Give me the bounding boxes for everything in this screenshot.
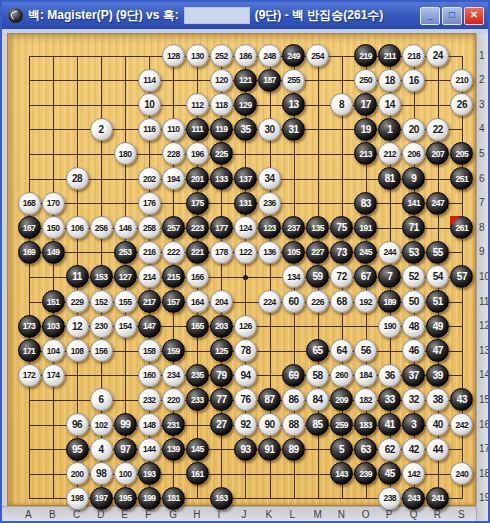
stone-N17: 5 bbox=[330, 438, 353, 461]
stone-O2: 250 bbox=[354, 69, 377, 92]
row-label-17: 17 bbox=[479, 443, 490, 454]
col-label-C: C bbox=[73, 509, 80, 520]
stone-N3: 8 bbox=[330, 93, 353, 116]
stone-K7: 236 bbox=[258, 192, 281, 215]
stone-O18: 239 bbox=[354, 462, 377, 485]
game-record-window: 백: Magister(P) (9단) vs 흑: (9단) - 백 반집승(2… bbox=[0, 0, 490, 523]
stone-L15: 86 bbox=[282, 388, 305, 411]
stone-B9: 149 bbox=[42, 241, 65, 264]
stone-P19: 238 bbox=[378, 487, 401, 510]
stone-I8: 177 bbox=[210, 216, 233, 239]
stone-E19: 195 bbox=[114, 487, 137, 510]
stone-G19: 181 bbox=[162, 487, 185, 510]
stone-A9: 169 bbox=[18, 241, 41, 264]
stone-F13: 158 bbox=[138, 339, 161, 362]
stone-P10: 7 bbox=[378, 265, 401, 288]
stone-H5: 196 bbox=[186, 142, 209, 165]
stone-M16: 85 bbox=[306, 413, 329, 436]
stone-H14: 235 bbox=[186, 364, 209, 387]
col-label-G: G bbox=[169, 509, 177, 520]
stone-O3: 17 bbox=[354, 93, 377, 116]
stone-C16: 96 bbox=[66, 413, 89, 436]
stone-D18: 98 bbox=[90, 462, 113, 485]
stone-R19: 241 bbox=[426, 487, 449, 510]
stone-G9: 222 bbox=[162, 241, 185, 264]
stone-S2: 210 bbox=[450, 69, 473, 92]
stone-H9: 221 bbox=[186, 241, 209, 264]
stone-P12: 190 bbox=[378, 315, 401, 338]
row-label-4: 4 bbox=[479, 123, 485, 134]
stone-F2: 114 bbox=[138, 69, 161, 92]
stone-R14: 39 bbox=[426, 364, 449, 387]
stone-A7: 168 bbox=[18, 192, 41, 215]
stone-G4: 110 bbox=[162, 118, 185, 141]
stone-K4: 30 bbox=[258, 118, 281, 141]
stone-O11: 192 bbox=[354, 290, 377, 313]
stone-P1: 211 bbox=[378, 44, 401, 67]
stone-N9: 73 bbox=[330, 241, 353, 264]
stone-B11: 151 bbox=[42, 290, 65, 313]
stone-I15: 77 bbox=[210, 388, 233, 411]
stone-M13: 65 bbox=[306, 339, 329, 362]
stone-F12: 147 bbox=[138, 315, 161, 338]
stone-D15: 6 bbox=[90, 388, 113, 411]
stone-J15: 76 bbox=[234, 388, 257, 411]
stone-A8: 167 bbox=[18, 216, 41, 239]
stone-G14: 234 bbox=[162, 364, 185, 387]
stone-J14: 94 bbox=[234, 364, 257, 387]
stone-B14: 174 bbox=[42, 364, 65, 387]
stone-L3: 13 bbox=[282, 93, 305, 116]
col-label-E: E bbox=[121, 509, 128, 520]
stone-A14: 172 bbox=[18, 364, 41, 387]
stone-D12: 230 bbox=[90, 315, 113, 338]
stone-P3: 14 bbox=[378, 93, 401, 116]
stone-J12: 126 bbox=[234, 315, 257, 338]
stone-H6: 201 bbox=[186, 167, 209, 190]
stone-E11: 155 bbox=[114, 290, 137, 313]
row-label-9: 9 bbox=[479, 246, 485, 257]
stone-N11: 68 bbox=[330, 290, 353, 313]
stone-G8: 257 bbox=[162, 216, 185, 239]
stone-I9: 178 bbox=[210, 241, 233, 264]
stone-F14: 160 bbox=[138, 364, 161, 387]
stone-I12: 203 bbox=[210, 315, 233, 338]
stone-L8: 237 bbox=[282, 216, 305, 239]
stone-M1: 254 bbox=[306, 44, 329, 67]
stone-I5: 225 bbox=[210, 142, 233, 165]
stone-L1: 249 bbox=[282, 44, 305, 67]
stone-Q1: 218 bbox=[402, 44, 425, 67]
stone-O1: 219 bbox=[354, 44, 377, 67]
stone-F15: 232 bbox=[138, 388, 161, 411]
stone-O10: 67 bbox=[354, 265, 377, 288]
stone-B12: 103 bbox=[42, 315, 65, 338]
stone-E5: 180 bbox=[114, 142, 137, 165]
stone-J3: 129 bbox=[234, 93, 257, 116]
col-label-D: D bbox=[97, 509, 104, 520]
stone-P5: 212 bbox=[378, 142, 401, 165]
stone-N14: 260 bbox=[330, 364, 353, 387]
stone-Q18: 142 bbox=[402, 462, 425, 485]
stone-I13: 125 bbox=[210, 339, 233, 362]
stone-I6: 133 bbox=[210, 167, 233, 190]
stone-R12: 49 bbox=[426, 315, 449, 338]
stone-P17: 62 bbox=[378, 438, 401, 461]
stone-G6: 194 bbox=[162, 167, 185, 190]
stone-N10: 72 bbox=[330, 265, 353, 288]
stone-Q6: 9 bbox=[402, 167, 425, 190]
stone-R13: 47 bbox=[426, 339, 449, 362]
stone-H1: 130 bbox=[186, 44, 209, 67]
stone-Q11: 50 bbox=[402, 290, 425, 313]
col-label-M: M bbox=[314, 509, 322, 520]
stone-E9: 253 bbox=[114, 241, 137, 264]
stone-R7: 247 bbox=[426, 192, 449, 215]
row-label-5: 5 bbox=[479, 148, 485, 159]
stone-P6: 81 bbox=[378, 167, 401, 190]
row-label-7: 7 bbox=[479, 197, 485, 208]
stone-G17: 139 bbox=[162, 438, 185, 461]
col-label-O: O bbox=[362, 509, 370, 520]
stone-H4: 111 bbox=[186, 118, 209, 141]
stone-H15: 233 bbox=[186, 388, 209, 411]
stone-F16: 148 bbox=[138, 413, 161, 436]
stone-F8: 258 bbox=[138, 216, 161, 239]
stone-E17: 97 bbox=[114, 438, 137, 461]
col-label-J: J bbox=[241, 509, 246, 520]
stone-K1: 248 bbox=[258, 44, 281, 67]
stone-O7: 83 bbox=[354, 192, 377, 215]
stone-I19: 163 bbox=[210, 487, 233, 510]
stone-K17: 91 bbox=[258, 438, 281, 461]
stone-J4: 35 bbox=[234, 118, 257, 141]
stone-C17: 95 bbox=[66, 438, 89, 461]
stone-O14: 184 bbox=[354, 364, 377, 387]
stone-J13: 78 bbox=[234, 339, 257, 362]
stone-N8: 75 bbox=[330, 216, 353, 239]
stone-R16: 40 bbox=[426, 413, 449, 436]
stone-F11: 217 bbox=[138, 290, 161, 313]
row-label-18: 18 bbox=[479, 468, 490, 479]
stone-L4: 31 bbox=[282, 118, 305, 141]
stone-Q9: 53 bbox=[402, 241, 425, 264]
stone-F9: 216 bbox=[138, 241, 161, 264]
stone-H8: 223 bbox=[186, 216, 209, 239]
stone-L16: 88 bbox=[282, 413, 305, 436]
stone-G10: 215 bbox=[162, 265, 185, 288]
stone-P9: 244 bbox=[378, 241, 401, 264]
stone-I16: 27 bbox=[210, 413, 233, 436]
stone-S6: 251 bbox=[450, 167, 473, 190]
stone-B7: 170 bbox=[42, 192, 65, 215]
stone-L10: 134 bbox=[282, 265, 305, 288]
stone-M8: 135 bbox=[306, 216, 329, 239]
stone-I3: 118 bbox=[210, 93, 233, 116]
stone-R10: 54 bbox=[426, 265, 449, 288]
stone-J6: 137 bbox=[234, 167, 257, 190]
stone-S18: 240 bbox=[450, 462, 473, 485]
stone-S5: 205 bbox=[450, 142, 473, 165]
row-label-15: 15 bbox=[479, 394, 490, 405]
stone-F7: 176 bbox=[138, 192, 161, 215]
stone-C12: 12 bbox=[66, 315, 89, 338]
stone-F4: 116 bbox=[138, 118, 161, 141]
stone-P18: 45 bbox=[378, 462, 401, 485]
stone-J1: 186 bbox=[234, 44, 257, 67]
stone-A13: 171 bbox=[18, 339, 41, 362]
stone-R15: 38 bbox=[426, 388, 449, 411]
stone-M10: 59 bbox=[306, 265, 329, 288]
stone-K15: 87 bbox=[258, 388, 281, 411]
stone-H11: 164 bbox=[186, 290, 209, 313]
stone-D17: 4 bbox=[90, 438, 113, 461]
row-label-19: 19 bbox=[479, 492, 490, 503]
stone-D16: 102 bbox=[90, 413, 113, 436]
stone-A12: 173 bbox=[18, 315, 41, 338]
stone-O5: 213 bbox=[354, 142, 377, 165]
stone-G16: 231 bbox=[162, 413, 185, 436]
star-point bbox=[243, 275, 248, 280]
stone-K2: 187 bbox=[258, 69, 281, 92]
stone-C8: 106 bbox=[66, 216, 89, 239]
stone-P4: 1 bbox=[378, 118, 401, 141]
stone-I2: 120 bbox=[210, 69, 233, 92]
stone-C10: 11 bbox=[66, 265, 89, 288]
stone-R4: 22 bbox=[426, 118, 449, 141]
stone-F19: 199 bbox=[138, 487, 161, 510]
stone-L14: 69 bbox=[282, 364, 305, 387]
stone-N18: 143 bbox=[330, 462, 353, 485]
stone-K8: 123 bbox=[258, 216, 281, 239]
stone-F3: 10 bbox=[138, 93, 161, 116]
stone-I14: 79 bbox=[210, 364, 233, 387]
stone-E10: 127 bbox=[114, 265, 137, 288]
col-label-A: A bbox=[25, 509, 32, 520]
row-label-2: 2 bbox=[479, 74, 485, 85]
stone-S15: 43 bbox=[450, 388, 473, 411]
stone-J2: 121 bbox=[234, 69, 257, 92]
stone-Q4: 20 bbox=[402, 118, 425, 141]
stone-O9: 245 bbox=[354, 241, 377, 264]
stone-D8: 256 bbox=[90, 216, 113, 239]
stone-K6: 34 bbox=[258, 167, 281, 190]
stone-R1: 24 bbox=[426, 44, 449, 67]
stone-F6: 202 bbox=[138, 167, 161, 190]
col-label-B: B bbox=[49, 509, 56, 520]
stone-C19: 198 bbox=[66, 487, 89, 510]
stone-B13: 104 bbox=[42, 339, 65, 362]
col-label-N: N bbox=[338, 509, 345, 520]
row-label-16: 16 bbox=[479, 419, 490, 430]
stone-I1: 252 bbox=[210, 44, 233, 67]
stone-G15: 220 bbox=[162, 388, 185, 411]
stone-I4: 119 bbox=[210, 118, 233, 141]
stone-P11: 189 bbox=[378, 290, 401, 313]
stone-D11: 152 bbox=[90, 290, 113, 313]
stone-M15: 84 bbox=[306, 388, 329, 411]
row-label-13: 13 bbox=[479, 345, 490, 356]
stone-Q17: 42 bbox=[402, 438, 425, 461]
stone-F18: 193 bbox=[138, 462, 161, 485]
stone-Q12: 48 bbox=[402, 315, 425, 338]
stone-R17: 44 bbox=[426, 438, 449, 461]
stone-Q15: 32 bbox=[402, 388, 425, 411]
stone-P16: 41 bbox=[378, 413, 401, 436]
stone-J8: 124 bbox=[234, 216, 257, 239]
stone-D4: 2 bbox=[90, 118, 113, 141]
stone-K9: 136 bbox=[258, 241, 281, 264]
stone-Q16: 3 bbox=[402, 413, 425, 436]
stone-S10: 57 bbox=[450, 265, 473, 288]
stone-S16: 242 bbox=[450, 413, 473, 436]
stone-C18: 200 bbox=[66, 462, 89, 485]
col-label-P: P bbox=[386, 509, 393, 520]
stone-E16: 99 bbox=[114, 413, 137, 436]
row-label-8: 8 bbox=[479, 222, 485, 233]
col-label-F: F bbox=[145, 509, 151, 520]
stone-E18: 100 bbox=[114, 462, 137, 485]
stone-O8: 191 bbox=[354, 216, 377, 239]
stone-O17: 63 bbox=[354, 438, 377, 461]
stone-L2: 255 bbox=[282, 69, 305, 92]
stone-J9: 122 bbox=[234, 241, 257, 264]
stone-R5: 207 bbox=[426, 142, 449, 165]
stone-L11: 60 bbox=[282, 290, 305, 313]
col-label-I: I bbox=[217, 509, 220, 520]
stone-H18: 161 bbox=[186, 462, 209, 485]
stone-N15: 209 bbox=[330, 388, 353, 411]
stone-L9: 105 bbox=[282, 241, 305, 264]
stone-M11: 226 bbox=[306, 290, 329, 313]
stone-F10: 214 bbox=[138, 265, 161, 288]
stone-G13: 159 bbox=[162, 339, 185, 362]
stone-J7: 131 bbox=[234, 192, 257, 215]
stone-N13: 64 bbox=[330, 339, 353, 362]
stone-H3: 112 bbox=[186, 93, 209, 116]
stone-H7: 175 bbox=[186, 192, 209, 215]
stone-P2: 18 bbox=[378, 69, 401, 92]
stone-Q14: 37 bbox=[402, 364, 425, 387]
stone-C6: 28 bbox=[66, 167, 89, 190]
stone-Q7: 141 bbox=[402, 192, 425, 215]
board-grid: 1281302521862482492542192112182411412012… bbox=[2, 2, 490, 523]
stone-C13: 108 bbox=[66, 339, 89, 362]
stone-O4: 19 bbox=[354, 118, 377, 141]
stone-J16: 92 bbox=[234, 413, 257, 436]
stone-B8: 150 bbox=[42, 216, 65, 239]
stone-C11: 229 bbox=[66, 290, 89, 313]
stone-P14: 36 bbox=[378, 364, 401, 387]
stone-D13: 156 bbox=[90, 339, 113, 362]
stone-E12: 154 bbox=[114, 315, 137, 338]
row-label-11: 11 bbox=[479, 296, 489, 307]
col-label-S: S bbox=[458, 509, 465, 520]
col-label-H: H bbox=[193, 509, 200, 520]
row-label-6: 6 bbox=[479, 173, 485, 184]
last-move-marker-icon bbox=[450, 216, 460, 226]
stone-I11: 204 bbox=[210, 290, 233, 313]
stone-F17: 144 bbox=[138, 438, 161, 461]
stone-H10: 166 bbox=[186, 265, 209, 288]
stone-Q10: 52 bbox=[402, 265, 425, 288]
stone-G11: 157 bbox=[162, 290, 185, 313]
stone-O16: 183 bbox=[354, 413, 377, 436]
col-label-L: L bbox=[290, 509, 296, 520]
stone-O13: 56 bbox=[354, 339, 377, 362]
stone-Q8: 71 bbox=[402, 216, 425, 239]
stone-M14: 58 bbox=[306, 364, 329, 387]
stone-D10: 153 bbox=[90, 265, 113, 288]
stone-S3: 26 bbox=[450, 93, 473, 116]
stone-Q13: 46 bbox=[402, 339, 425, 362]
stone-M9: 227 bbox=[306, 241, 329, 264]
row-label-12: 12 bbox=[479, 320, 490, 331]
stone-K11: 224 bbox=[258, 290, 281, 313]
stone-H17: 145 bbox=[186, 438, 209, 461]
stone-R9: 55 bbox=[426, 241, 449, 264]
stone-E8: 146 bbox=[114, 216, 137, 239]
stone-R11: 51 bbox=[426, 290, 449, 313]
stone-Q19: 243 bbox=[402, 487, 425, 510]
stone-K16: 90 bbox=[258, 413, 281, 436]
stone-Q5: 206 bbox=[402, 142, 425, 165]
stone-H12: 165 bbox=[186, 315, 209, 338]
stone-P15: 33 bbox=[378, 388, 401, 411]
col-label-K: K bbox=[266, 509, 273, 520]
stone-L17: 89 bbox=[282, 438, 305, 461]
stone-D19: 197 bbox=[90, 487, 113, 510]
row-label-10: 10 bbox=[479, 271, 490, 282]
stone-G5: 228 bbox=[162, 142, 185, 165]
stone-G1: 128 bbox=[162, 44, 185, 67]
row-label-3: 3 bbox=[479, 99, 485, 110]
col-label-Q: Q bbox=[410, 509, 418, 520]
row-label-1: 1 bbox=[479, 50, 485, 61]
row-label-14: 14 bbox=[479, 369, 490, 380]
col-label-R: R bbox=[434, 509, 441, 520]
stone-J17: 93 bbox=[234, 438, 257, 461]
stone-Q2: 16 bbox=[402, 69, 425, 92]
stone-N16: 259 bbox=[330, 413, 353, 436]
stone-O15: 182 bbox=[354, 388, 377, 411]
